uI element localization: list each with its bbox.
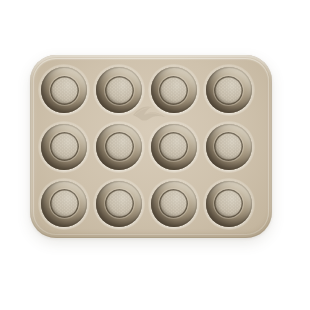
cup-floor-honeycomb <box>214 76 243 105</box>
cup-cavity <box>96 181 142 227</box>
cup-floor-honeycomb <box>159 132 188 161</box>
cup-floor-honeycomb <box>214 132 243 161</box>
muffin-cup <box>203 178 255 230</box>
muffin-cup <box>38 121 90 173</box>
muffin-cup <box>203 64 255 116</box>
muffin-pan <box>30 55 272 238</box>
muffin-cup <box>38 178 90 230</box>
cup-floor-honeycomb <box>50 132 79 161</box>
cup-cavity <box>151 124 197 170</box>
cup-cavity <box>41 67 87 113</box>
muffin-cup <box>148 121 200 173</box>
cup-cavity <box>96 124 142 170</box>
cup-cavity <box>41 181 87 227</box>
cup-floor-honeycomb <box>214 189 243 218</box>
muffin-cup <box>203 121 255 173</box>
cup-cavity <box>96 67 142 113</box>
cup-floor-honeycomb <box>159 76 188 105</box>
cup-cavity <box>151 181 197 227</box>
cup-floor-honeycomb <box>105 189 134 218</box>
muffin-cup <box>38 64 90 116</box>
muffin-cup <box>148 64 200 116</box>
cup-floor-honeycomb <box>105 76 134 105</box>
cup-cavity <box>206 181 252 227</box>
muffin-cup <box>93 64 145 116</box>
cup-cavity <box>151 67 197 113</box>
muffin-cup <box>148 178 200 230</box>
cup-floor-honeycomb <box>50 76 79 105</box>
cup-cavity <box>206 124 252 170</box>
cup-floor-honeycomb <box>50 189 79 218</box>
cup-floor-honeycomb <box>159 189 188 218</box>
cup-floor-honeycomb <box>105 132 134 161</box>
cup-cavity <box>41 124 87 170</box>
cup-cavity <box>206 67 252 113</box>
cup-grid <box>37 62 256 232</box>
muffin-cup <box>93 178 145 230</box>
muffin-cup <box>93 121 145 173</box>
photo-background <box>0 0 310 310</box>
